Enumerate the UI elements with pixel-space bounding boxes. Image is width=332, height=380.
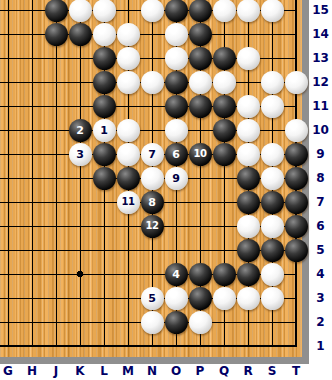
stone-white-S4[interactable]	[261, 263, 284, 286]
stone-white-R13[interactable]	[237, 47, 260, 70]
stone-black-O9[interactable]: 6	[165, 143, 188, 166]
move-number: 5	[148, 292, 156, 303]
stone-black-O15[interactable]	[165, 0, 188, 22]
row-label-13: 13	[309, 50, 332, 66]
stone-white-M9[interactable]	[117, 143, 140, 166]
move-number: 4	[172, 268, 180, 279]
stone-black-R5[interactable]	[237, 239, 260, 262]
stone-white-O14[interactable]	[165, 23, 188, 46]
stone-black-S7[interactable]	[261, 191, 284, 214]
stone-white-N8[interactable]	[141, 167, 164, 190]
stone-white-Q15[interactable]	[213, 0, 236, 22]
stone-white-K15[interactable]	[69, 0, 92, 22]
stone-white-L14[interactable]	[93, 23, 116, 46]
stone-black-P4[interactable]	[189, 263, 212, 286]
stone-black-R7[interactable]	[237, 191, 260, 214]
stone-white-R10[interactable]	[237, 119, 260, 142]
col-label-L: L	[92, 363, 116, 379]
row-label-1: 1	[309, 338, 332, 354]
stone-black-L13[interactable]	[93, 47, 116, 70]
stone-black-M8[interactable]	[117, 167, 140, 190]
row-label-12: 12	[309, 74, 332, 90]
move-number: 12	[146, 221, 159, 231]
stone-black-R4[interactable]	[237, 263, 260, 286]
stone-black-N7[interactable]: 8	[141, 191, 164, 214]
stone-black-T7[interactable]	[285, 191, 308, 214]
row-label-3: 3	[309, 290, 332, 306]
move-number: 7	[148, 148, 156, 159]
stone-white-O8[interactable]: 9	[165, 167, 188, 190]
stone-white-L10[interactable]: 1	[93, 119, 116, 142]
stone-white-N9[interactable]: 7	[141, 143, 164, 166]
stone-white-S3[interactable]	[261, 287, 284, 310]
stone-black-P9[interactable]: 10	[189, 143, 212, 166]
stone-white-O10[interactable]	[165, 119, 188, 142]
stone-black-L11[interactable]	[93, 95, 116, 118]
move-number: 11	[122, 197, 135, 207]
row-label-7: 7	[309, 194, 332, 210]
stone-black-P13[interactable]	[189, 47, 212, 70]
stone-black-T6[interactable]	[285, 215, 308, 238]
stone-white-M13[interactable]	[117, 47, 140, 70]
move-number: 8	[148, 196, 156, 207]
stones-layer: 261081241379115	[0, 0, 332, 380]
move-number: 1	[100, 124, 108, 135]
move-number: 6	[172, 148, 180, 159]
stone-black-P11[interactable]	[189, 95, 212, 118]
stone-black-J15[interactable]	[45, 0, 68, 22]
col-label-J: J	[44, 363, 68, 379]
stone-black-S5[interactable]	[261, 239, 284, 262]
col-label-H: H	[20, 363, 44, 379]
stone-black-O2[interactable]	[165, 311, 188, 334]
stone-white-N12[interactable]	[141, 71, 164, 94]
stone-white-N2[interactable]	[141, 311, 164, 334]
stone-white-M14[interactable]	[117, 23, 140, 46]
col-label-N: N	[140, 363, 164, 379]
stone-white-T12[interactable]	[285, 71, 308, 94]
col-label-M: M	[116, 363, 140, 379]
stone-white-R9[interactable]	[237, 143, 260, 166]
stone-black-K14[interactable]	[69, 23, 92, 46]
row-label-5: 5	[309, 242, 332, 258]
stone-black-Q11[interactable]	[213, 95, 236, 118]
row-label-14: 14	[309, 26, 332, 42]
stone-black-O4[interactable]: 4	[165, 263, 188, 286]
stone-white-M12[interactable]	[117, 71, 140, 94]
col-label-K: K	[68, 363, 92, 379]
row-label-6: 6	[309, 218, 332, 234]
row-label-11: 11	[309, 98, 332, 114]
stone-black-R8[interactable]	[237, 167, 260, 190]
stone-white-R15[interactable]	[237, 0, 260, 22]
col-label-Q: Q	[212, 363, 236, 379]
stone-white-S11[interactable]	[261, 95, 284, 118]
stone-black-L12[interactable]	[93, 71, 116, 94]
stone-white-M10[interactable]	[117, 119, 140, 142]
col-label-R: R	[236, 363, 260, 379]
stone-black-P15[interactable]	[189, 0, 212, 22]
stone-black-L8[interactable]	[93, 167, 116, 190]
stone-white-M7[interactable]: 11	[117, 191, 140, 214]
stone-black-T8[interactable]	[285, 167, 308, 190]
move-number: 10	[194, 149, 207, 159]
move-number: 3	[76, 148, 84, 159]
stone-black-Q4[interactable]	[213, 263, 236, 286]
col-label-S: S	[260, 363, 284, 379]
row-label-15: 15	[309, 2, 332, 18]
stone-white-N15[interactable]	[141, 0, 164, 22]
row-label-10: 10	[309, 122, 332, 138]
stone-black-Q9[interactable]	[213, 143, 236, 166]
go-diagram: 261081241379115 GHJKLMNOPQRST15141312111…	[0, 0, 332, 380]
row-label-9: 9	[309, 146, 332, 162]
stone-white-S12[interactable]	[261, 71, 284, 94]
stone-white-O13[interactable]	[165, 47, 188, 70]
stone-white-O3[interactable]	[165, 287, 188, 310]
stone-black-N6[interactable]: 12	[141, 215, 164, 238]
stone-white-R11[interactable]	[237, 95, 260, 118]
row-label-2: 2	[309, 314, 332, 330]
move-number: 2	[76, 124, 84, 135]
stone-white-K9[interactable]: 3	[69, 143, 92, 166]
stone-white-S9[interactable]	[261, 143, 284, 166]
stone-black-Q13[interactable]	[213, 47, 236, 70]
stone-black-T5[interactable]	[285, 239, 308, 262]
stone-black-P3[interactable]	[189, 287, 212, 310]
stone-black-T9[interactable]	[285, 143, 308, 166]
stone-white-P12[interactable]	[189, 71, 212, 94]
stone-black-P14[interactable]	[189, 23, 212, 46]
stone-white-S6[interactable]	[261, 215, 284, 238]
stone-black-Q10[interactable]	[213, 119, 236, 142]
row-label-8: 8	[309, 170, 332, 186]
stone-white-P2[interactable]	[189, 311, 212, 334]
col-label-G: G	[0, 363, 20, 379]
stone-white-L15[interactable]	[93, 0, 116, 22]
stone-white-R3[interactable]	[237, 287, 260, 310]
stone-white-S15[interactable]	[261, 0, 284, 22]
stone-white-R6[interactable]	[237, 215, 260, 238]
stone-white-Q3[interactable]	[213, 287, 236, 310]
stone-white-Q12[interactable]	[213, 71, 236, 94]
move-number: 9	[172, 172, 180, 183]
col-label-O: O	[164, 363, 188, 379]
stone-white-N3[interactable]: 5	[141, 287, 164, 310]
stone-white-T10[interactable]	[285, 119, 308, 142]
row-label-4: 4	[309, 266, 332, 282]
stone-black-O11[interactable]	[165, 95, 188, 118]
col-label-P: P	[188, 363, 212, 379]
stone-black-L9[interactable]	[93, 143, 116, 166]
stone-white-S8[interactable]	[261, 167, 284, 190]
col-label-T: T	[284, 363, 308, 379]
stone-black-K10[interactable]: 2	[69, 119, 92, 142]
stone-black-J14[interactable]	[45, 23, 68, 46]
stone-black-O12[interactable]	[165, 71, 188, 94]
